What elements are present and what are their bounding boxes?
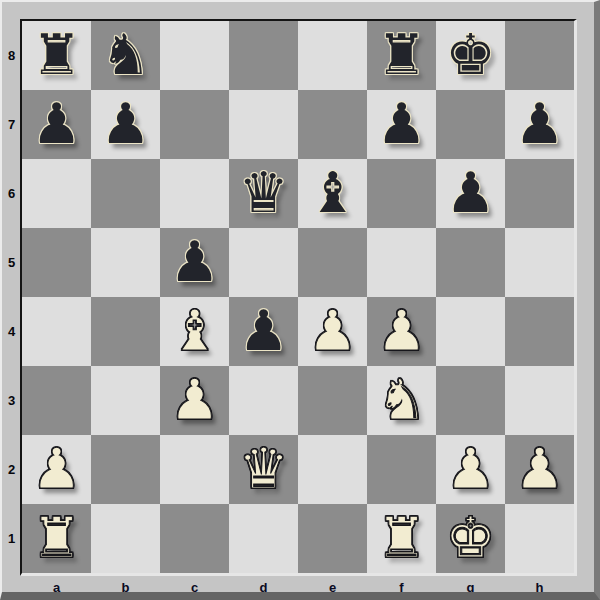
file-label-a: a [22, 579, 91, 596]
square-e7[interactable] [298, 90, 367, 159]
piece-white-pawn[interactable]: ♟ [514, 434, 564, 503]
square-a2[interactable]: ♟ [22, 435, 91, 504]
square-b7[interactable]: ♟ [91, 90, 160, 159]
piece-black-pawn[interactable]: ♟ [376, 89, 426, 158]
square-c5[interactable]: ♟ [160, 228, 229, 297]
square-d5[interactable] [229, 228, 298, 297]
square-h3[interactable] [505, 366, 574, 435]
square-h6[interactable] [505, 159, 574, 228]
square-e2[interactable] [298, 435, 367, 504]
file-label-c: c [160, 579, 229, 596]
square-e4[interactable]: ♟ [298, 297, 367, 366]
rank-label-8: 8 [3, 21, 20, 90]
square-a1[interactable]: ♜ [22, 504, 91, 573]
square-b6[interactable] [91, 159, 160, 228]
piece-black-queen[interactable]: ♛ [238, 158, 288, 227]
square-a6[interactable] [22, 159, 91, 228]
square-e8[interactable] [298, 21, 367, 90]
rank-label-6: 6 [3, 159, 20, 228]
square-d4[interactable]: ♟ [229, 297, 298, 366]
square-d2[interactable]: ♛ [229, 435, 298, 504]
piece-black-rook[interactable]: ♜ [376, 20, 426, 89]
piece-black-pawn[interactable]: ♟ [100, 89, 150, 158]
square-d6[interactable]: ♛ [229, 159, 298, 228]
piece-black-pawn[interactable]: ♟ [238, 296, 288, 365]
file-label-f: f [367, 579, 436, 596]
piece-white-pawn[interactable]: ♟ [31, 434, 81, 503]
square-h5[interactable] [505, 228, 574, 297]
square-f2[interactable] [367, 435, 436, 504]
piece-black-pawn[interactable]: ♟ [31, 89, 81, 158]
square-c4[interactable]: ♝ [160, 297, 229, 366]
square-g6[interactable]: ♟ [436, 159, 505, 228]
square-d1[interactable] [229, 504, 298, 573]
square-b2[interactable] [91, 435, 160, 504]
piece-white-pawn[interactable]: ♟ [307, 296, 357, 365]
square-g8[interactable]: ♚ [436, 21, 505, 90]
piece-white-king[interactable]: ♚ [445, 503, 495, 572]
square-e3[interactable] [298, 366, 367, 435]
square-b4[interactable] [91, 297, 160, 366]
square-f5[interactable] [367, 228, 436, 297]
file-label-d: d [229, 579, 298, 596]
square-e1[interactable] [298, 504, 367, 573]
file-label-b: b [91, 579, 160, 596]
square-c7[interactable] [160, 90, 229, 159]
square-a8[interactable]: ♜ [22, 21, 91, 90]
piece-black-bishop[interactable]: ♝ [307, 158, 357, 227]
square-h8[interactable] [505, 21, 574, 90]
square-b5[interactable] [91, 228, 160, 297]
square-c6[interactable] [160, 159, 229, 228]
rank-label-1: 1 [3, 504, 20, 573]
square-a3[interactable] [22, 366, 91, 435]
square-d8[interactable] [229, 21, 298, 90]
piece-black-pawn[interactable]: ♟ [169, 227, 219, 296]
square-g4[interactable] [436, 297, 505, 366]
square-f1[interactable]: ♜ [367, 504, 436, 573]
piece-black-pawn[interactable]: ♟ [445, 158, 495, 227]
square-h1[interactable] [505, 504, 574, 573]
piece-white-rook[interactable]: ♜ [376, 503, 426, 572]
square-a5[interactable] [22, 228, 91, 297]
square-h2[interactable]: ♟ [505, 435, 574, 504]
rank-label-2: 2 [3, 435, 20, 504]
square-g3[interactable] [436, 366, 505, 435]
square-g2[interactable]: ♟ [436, 435, 505, 504]
rank-label-5: 5 [3, 228, 20, 297]
square-b3[interactable] [91, 366, 160, 435]
rank-label-4: 4 [3, 297, 20, 366]
file-label-g: g [436, 579, 505, 596]
square-e6[interactable]: ♝ [298, 159, 367, 228]
square-d7[interactable] [229, 90, 298, 159]
square-f4[interactable]: ♟ [367, 297, 436, 366]
square-f3[interactable]: ♞ [367, 366, 436, 435]
chess-board: ♜♞♜♚♟♟♟♟♛♝♟♟♝♟♟♟♟♞♟♛♟♟♜♜♚ [20, 19, 577, 576]
square-c8[interactable] [160, 21, 229, 90]
square-e5[interactable] [298, 228, 367, 297]
square-a4[interactable] [22, 297, 91, 366]
rank-label-3: 3 [3, 366, 20, 435]
square-f8[interactable]: ♜ [367, 21, 436, 90]
square-c2[interactable] [160, 435, 229, 504]
piece-white-rook[interactable]: ♜ [31, 503, 81, 572]
chess-diagram-frame: ♜♞♜♚♟♟♟♟♛♝♟♟♝♟♟♟♟♞♟♛♟♟♜♜♚ 87654321 abcde… [0, 0, 600, 600]
rank-label-7: 7 [3, 90, 20, 159]
square-c1[interactable] [160, 504, 229, 573]
piece-black-pawn[interactable]: ♟ [514, 89, 564, 158]
square-g7[interactable] [436, 90, 505, 159]
square-g5[interactable] [436, 228, 505, 297]
piece-white-bishop[interactable]: ♝ [169, 296, 219, 365]
square-h4[interactable] [505, 297, 574, 366]
file-label-h: h [505, 579, 574, 596]
piece-white-queen[interactable]: ♛ [238, 434, 288, 503]
piece-white-pawn[interactable]: ♟ [169, 365, 219, 434]
piece-white-pawn[interactable]: ♟ [376, 296, 426, 365]
piece-white-knight[interactable]: ♞ [376, 365, 426, 434]
square-c3[interactable]: ♟ [160, 366, 229, 435]
square-b1[interactable] [91, 504, 160, 573]
piece-white-pawn[interactable]: ♟ [445, 434, 495, 503]
piece-black-rook[interactable]: ♜ [31, 20, 81, 89]
square-f6[interactable] [367, 159, 436, 228]
piece-black-king[interactable]: ♚ [445, 20, 495, 89]
square-b8[interactable]: ♞ [91, 21, 160, 90]
square-g1[interactable]: ♚ [436, 504, 505, 573]
piece-black-knight[interactable]: ♞ [100, 20, 150, 89]
square-d3[interactable] [229, 366, 298, 435]
file-label-e: e [298, 579, 367, 596]
square-h7[interactable]: ♟ [505, 90, 574, 159]
square-f7[interactable]: ♟ [367, 90, 436, 159]
square-a7[interactable]: ♟ [22, 90, 91, 159]
